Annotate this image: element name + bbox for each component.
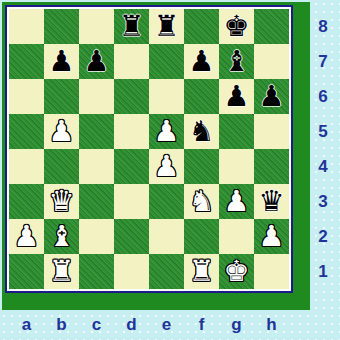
file-labels: abcdefgh (9, 313, 289, 337)
black-rook: ♜ (154, 9, 180, 44)
square-f6[interactable] (184, 79, 219, 114)
square-c2[interactable] (79, 219, 114, 254)
square-h3[interactable]: ♛ (254, 184, 289, 219)
black-pawn: ♟ (84, 44, 110, 79)
square-b4[interactable] (44, 149, 79, 184)
square-d2[interactable] (114, 219, 149, 254)
square-a1[interactable] (9, 254, 44, 289)
square-d6[interactable] (114, 79, 149, 114)
square-a4[interactable] (9, 149, 44, 184)
black-pawn: ♟ (224, 79, 250, 114)
square-f2[interactable] (184, 219, 219, 254)
black-pawn: ♟ (49, 44, 75, 79)
white-rook: ♜ (189, 254, 215, 289)
white-pawn: ♟ (14, 219, 40, 254)
square-a2[interactable]: ♟ (9, 219, 44, 254)
square-h1[interactable] (254, 254, 289, 289)
black-pawn: ♟ (259, 79, 285, 114)
square-g7[interactable]: ♝ (219, 44, 254, 79)
file-label-h: h (254, 313, 289, 337)
square-e2[interactable] (149, 219, 184, 254)
square-g6[interactable]: ♟ (219, 79, 254, 114)
square-e3[interactable] (149, 184, 184, 219)
board-plaque: ♜♜♚♟♟♟♝♟♟♟♟♞♟♛♞♟♛♟♝♟♜♜♚ (2, 2, 310, 310)
chess-diagram: ♜♜♚♟♟♟♝♟♟♟♟♞♟♛♞♟♛♟♝♟♜♜♚ abcdefgh 8765432… (0, 0, 340, 340)
square-d8[interactable]: ♜ (114, 9, 149, 44)
file-label-g: g (219, 313, 254, 337)
square-b7[interactable]: ♟ (44, 44, 79, 79)
white-pawn: ♟ (49, 114, 75, 149)
square-f3[interactable]: ♞ (184, 184, 219, 219)
square-h5[interactable] (254, 114, 289, 149)
square-c5[interactable] (79, 114, 114, 149)
black-knight: ♞ (189, 114, 215, 149)
square-d7[interactable] (114, 44, 149, 79)
chess-board: ♜♜♚♟♟♟♝♟♟♟♟♞♟♛♞♟♛♟♝♟♜♜♚ (9, 9, 289, 289)
rank-label-5: 5 (310, 114, 336, 149)
square-d1[interactable] (114, 254, 149, 289)
square-e5[interactable]: ♟ (149, 114, 184, 149)
square-f7[interactable]: ♟ (184, 44, 219, 79)
square-e4[interactable]: ♟ (149, 149, 184, 184)
square-h2[interactable]: ♟ (254, 219, 289, 254)
square-a8[interactable] (9, 9, 44, 44)
square-b6[interactable] (44, 79, 79, 114)
square-b3[interactable]: ♛ (44, 184, 79, 219)
square-d4[interactable] (114, 149, 149, 184)
square-h6[interactable]: ♟ (254, 79, 289, 114)
rank-label-2: 2 (310, 219, 336, 254)
white-rook: ♜ (49, 254, 75, 289)
square-b5[interactable]: ♟ (44, 114, 79, 149)
white-queen: ♛ (49, 184, 75, 219)
white-king: ♚ (224, 254, 250, 289)
square-e6[interactable] (149, 79, 184, 114)
square-c6[interactable] (79, 79, 114, 114)
square-c7[interactable]: ♟ (79, 44, 114, 79)
square-a3[interactable] (9, 184, 44, 219)
board-frame: ♜♜♚♟♟♟♝♟♟♟♟♞♟♛♞♟♛♟♝♟♜♜♚ (5, 5, 293, 293)
square-c1[interactable] (79, 254, 114, 289)
file-label-b: b (44, 313, 79, 337)
black-pawn: ♟ (189, 44, 215, 79)
black-queen: ♛ (259, 184, 285, 219)
square-f4[interactable] (184, 149, 219, 184)
square-b8[interactable] (44, 9, 79, 44)
rank-label-4: 4 (310, 149, 336, 184)
square-g2[interactable] (219, 219, 254, 254)
rank-label-6: 6 (310, 79, 336, 114)
square-a6[interactable] (9, 79, 44, 114)
rank-labels: 87654321 (310, 9, 336, 289)
rank-label-1: 1 (310, 254, 336, 289)
file-label-a: a (9, 313, 44, 337)
white-pawn: ♟ (154, 149, 180, 184)
square-h7[interactable] (254, 44, 289, 79)
white-bishop: ♝ (49, 219, 75, 254)
square-c3[interactable] (79, 184, 114, 219)
square-d3[interactable] (114, 184, 149, 219)
square-c4[interactable] (79, 149, 114, 184)
square-g3[interactable]: ♟ (219, 184, 254, 219)
square-a7[interactable] (9, 44, 44, 79)
square-h4[interactable] (254, 149, 289, 184)
square-e7[interactable] (149, 44, 184, 79)
black-rook: ♜ (119, 9, 145, 44)
square-e1[interactable] (149, 254, 184, 289)
square-g5[interactable] (219, 114, 254, 149)
white-pawn: ♟ (259, 219, 285, 254)
square-h8[interactable] (254, 9, 289, 44)
file-label-d: d (114, 313, 149, 337)
square-e8[interactable]: ♜ (149, 9, 184, 44)
white-pawn: ♟ (154, 114, 180, 149)
square-f8[interactable] (184, 9, 219, 44)
file-label-e: e (149, 313, 184, 337)
square-g1[interactable]: ♚ (219, 254, 254, 289)
black-bishop: ♝ (224, 44, 250, 79)
white-pawn: ♟ (224, 184, 250, 219)
rank-label-3: 3 (310, 184, 336, 219)
rank-label-7: 7 (310, 44, 336, 79)
black-king: ♚ (224, 9, 250, 44)
rank-label-8: 8 (310, 9, 336, 44)
square-b2[interactable]: ♝ (44, 219, 79, 254)
square-c8[interactable] (79, 9, 114, 44)
white-knight: ♞ (189, 184, 215, 219)
square-g8[interactable]: ♚ (219, 9, 254, 44)
file-label-f: f (184, 313, 219, 337)
square-b1[interactable]: ♜ (44, 254, 79, 289)
square-d5[interactable] (114, 114, 149, 149)
square-f5[interactable]: ♞ (184, 114, 219, 149)
square-g4[interactable] (219, 149, 254, 184)
square-f1[interactable]: ♜ (184, 254, 219, 289)
file-label-c: c (79, 313, 114, 337)
square-a5[interactable] (9, 114, 44, 149)
